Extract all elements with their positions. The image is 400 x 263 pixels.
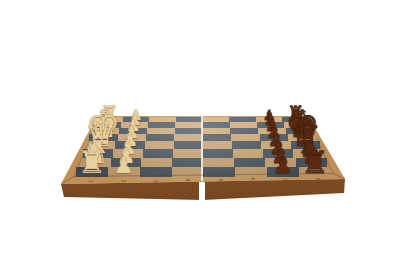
piece-black-pawn: ♟ bbox=[271, 146, 290, 167]
piece-white-pawn: ♟ bbox=[128, 113, 142, 128]
front-border-label: 7 bbox=[282, 177, 287, 180]
board-square bbox=[119, 128, 147, 134]
board-square bbox=[203, 149, 233, 158]
piece-white-pawn: ♟ bbox=[119, 138, 136, 158]
front-border-label: 4 bbox=[185, 179, 190, 182]
board-light-sheen bbox=[0, 0, 400, 263]
board-square bbox=[86, 141, 115, 149]
board-square bbox=[203, 158, 234, 167]
board-square bbox=[257, 122, 284, 128]
front-border-label: 3 bbox=[152, 179, 157, 182]
board-square bbox=[94, 122, 121, 128]
board-square bbox=[89, 134, 117, 141]
board-square bbox=[121, 122, 148, 128]
front-border-label: 8 bbox=[314, 177, 319, 180]
corner-diagonal-left bbox=[61, 177, 74, 185]
board-square bbox=[172, 167, 204, 177]
board-square bbox=[173, 149, 203, 158]
board-square bbox=[261, 141, 290, 149]
board-square bbox=[258, 128, 286, 134]
board-square bbox=[123, 117, 150, 122]
board-row bbox=[80, 158, 327, 167]
board-square bbox=[291, 141, 320, 149]
board-square bbox=[230, 128, 258, 134]
board-hinge-fold-line bbox=[201, 116, 203, 185]
board-square bbox=[203, 128, 231, 134]
board-square bbox=[148, 122, 175, 128]
piece-black-knight: ♞ bbox=[288, 107, 308, 129]
piece-black-bishop: ♝ bbox=[289, 110, 311, 135]
piece-white-bishop: ♝ bbox=[94, 110, 116, 135]
piece-white-rook: ♜ bbox=[78, 147, 106, 178]
piece-white-pawn: ♟ bbox=[117, 146, 136, 167]
board-square bbox=[203, 167, 235, 177]
piece-black-pawn: ♟ bbox=[263, 108, 276, 122]
piece-white-bishop: ♝ bbox=[84, 129, 111, 159]
hinge-gap bbox=[199, 182, 205, 204]
board-square bbox=[141, 158, 172, 167]
piece-black-king: ♚ bbox=[285, 106, 319, 144]
board-square bbox=[230, 122, 257, 128]
board-square bbox=[146, 134, 174, 141]
corner-diagonal-right bbox=[333, 174, 345, 180]
piece-white-king: ♚ bbox=[86, 106, 120, 144]
board-square bbox=[175, 122, 202, 128]
board-square bbox=[203, 134, 231, 141]
piece-black-queen: ♛ bbox=[289, 116, 321, 152]
front-border-label: 1 bbox=[88, 180, 93, 183]
board-square bbox=[203, 141, 232, 149]
board-square bbox=[118, 134, 146, 141]
board-square bbox=[140, 167, 172, 177]
chess-set-photo: 12345678 ♜♞♝♛♚♝♞♜♟♟♟♟♟♟♟♟♟♟♟♟♟♟♟♟♜♞♝♛♚♝♞… bbox=[0, 0, 400, 263]
board-row bbox=[76, 167, 331, 177]
piece-black-pawn: ♟ bbox=[269, 138, 286, 158]
piece-black-bishop: ♝ bbox=[295, 129, 322, 159]
board-square bbox=[267, 167, 299, 177]
piece-white-knight: ♞ bbox=[98, 107, 118, 129]
piece-black-pawn: ♟ bbox=[265, 118, 279, 134]
board-square bbox=[286, 128, 314, 134]
front-border-label: 2 bbox=[120, 179, 125, 182]
board-square bbox=[231, 134, 259, 141]
board-square bbox=[293, 149, 323, 158]
front-border-label: 5 bbox=[217, 178, 222, 181]
board-square bbox=[203, 117, 230, 122]
board-square bbox=[235, 167, 267, 177]
piece-black-pawn: ♟ bbox=[266, 124, 281, 141]
piece-black-knight: ♞ bbox=[298, 138, 325, 168]
piece-white-rook: ♜ bbox=[100, 103, 118, 123]
board-square bbox=[233, 149, 263, 158]
board-square bbox=[145, 141, 174, 149]
piece-white-pawn: ♟ bbox=[126, 118, 140, 134]
board-square bbox=[232, 141, 261, 149]
board-square bbox=[83, 149, 113, 158]
board-square bbox=[76, 167, 108, 177]
board-square bbox=[263, 149, 293, 158]
piece-black-pawn: ♟ bbox=[264, 113, 278, 128]
piece-black-pawn: ♟ bbox=[273, 155, 293, 177]
board-square bbox=[296, 158, 327, 167]
piece-white-pawn: ♟ bbox=[130, 108, 143, 122]
board-square bbox=[80, 158, 111, 167]
board-square bbox=[299, 167, 331, 177]
board-squares bbox=[0, 0, 400, 263]
board-square bbox=[234, 158, 265, 167]
piece-white-pawn: ♟ bbox=[122, 131, 138, 149]
board-square bbox=[149, 117, 176, 122]
board-square bbox=[176, 117, 203, 122]
piece-white-pawn: ♟ bbox=[124, 124, 139, 141]
board-square bbox=[172, 158, 203, 167]
board-square bbox=[284, 122, 311, 128]
board-square bbox=[174, 134, 202, 141]
board-square bbox=[282, 117, 309, 122]
board-square bbox=[92, 128, 120, 134]
board-square bbox=[265, 158, 296, 167]
pieces-layer: ♜♞♝♛♚♝♞♜♟♟♟♟♟♟♟♟♟♟♟♟♟♟♟♟♜♞♝♛♚♝♞♜ bbox=[0, 0, 400, 263]
front-border-label: 6 bbox=[250, 178, 255, 181]
front-border-rank-labels: 12345678 bbox=[0, 0, 400, 263]
board-square bbox=[108, 167, 140, 177]
board-square bbox=[96, 117, 123, 122]
board-square bbox=[174, 141, 203, 149]
board-wooden-frame bbox=[0, 0, 400, 263]
board-square bbox=[115, 141, 144, 149]
board-square bbox=[147, 128, 175, 134]
piece-black-rook: ♜ bbox=[287, 103, 305, 123]
board-square bbox=[288, 134, 316, 141]
piece-white-queen: ♛ bbox=[85, 116, 117, 152]
board-square bbox=[111, 158, 142, 167]
board-square bbox=[113, 149, 143, 158]
piece-white-pawn: ♟ bbox=[114, 155, 134, 177]
border-inscribed-lines bbox=[0, 0, 400, 263]
piece-black-pawn: ♟ bbox=[268, 131, 284, 149]
board-square bbox=[203, 122, 230, 128]
board-square bbox=[175, 128, 203, 134]
board-front-apron bbox=[0, 0, 400, 263]
board-square bbox=[260, 134, 288, 141]
piece-white-knight: ♞ bbox=[82, 138, 109, 168]
board-square bbox=[143, 149, 173, 158]
board-square bbox=[229, 117, 256, 122]
piece-black-rook: ♜ bbox=[301, 147, 329, 178]
board-row bbox=[83, 149, 323, 158]
board-square bbox=[256, 117, 283, 122]
